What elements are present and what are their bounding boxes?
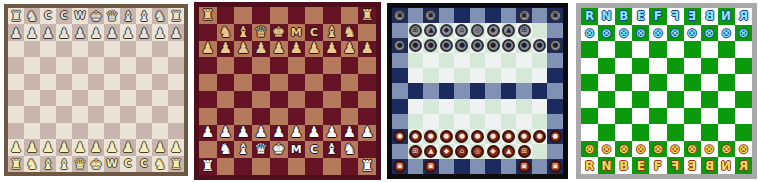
square[interactable] [649,108,666,125]
square[interactable] [684,108,701,125]
square[interactable] [454,99,470,114]
square[interactable]: ⊗ [581,25,598,42]
piece-window[interactable]: ⊞ [518,24,531,37]
piece-r[interactable]: ♜ [170,9,183,23]
square[interactable]: ♞ [341,141,359,158]
square[interactable] [152,74,168,90]
square[interactable]: R [581,8,598,25]
piece-n[interactable]: ♞ [26,157,39,171]
square[interactable]: ● [454,129,470,144]
piece-F[interactable]: F [671,160,679,172]
square[interactable]: ♚ [88,156,104,172]
square[interactable] [288,91,306,108]
piece-F[interactable]: F [654,160,662,172]
piece-q[interactable]: ♛ [74,157,87,171]
piece-P[interactable]: ⊗ [636,143,646,155]
piece-E[interactable]: E [688,160,696,172]
piece-p[interactable]: ♟ [10,140,23,154]
square[interactable] [40,123,56,139]
square[interactable]: B [701,157,718,174]
square[interactable] [56,74,72,90]
piece-p[interactable]: ♟ [219,125,232,140]
square[interactable]: ● [516,38,532,53]
piece-tower[interactable]: ▣ [393,160,406,173]
piece-p[interactable]: ♟ [138,26,151,40]
piece-p[interactable]: ♟ [154,26,167,40]
square[interactable] [392,68,408,83]
square[interactable]: ♞ [152,8,168,24]
square[interactable]: ▣ [516,8,532,23]
square[interactable] [581,124,598,141]
square[interactable]: ♟ [24,24,40,40]
square[interactable] [305,108,323,125]
square[interactable]: F [649,157,666,174]
square[interactable] [701,124,718,141]
piece-P[interactable]: ⊗ [636,27,646,39]
piece-k[interactable]: ♚ [90,157,103,171]
square[interactable] [485,83,501,98]
piece-p[interactable]: ♟ [307,41,320,56]
piece-pyramid[interactable]: ▲ [424,24,437,37]
square[interactable] [454,114,470,129]
square[interactable] [632,91,649,108]
square[interactable] [532,83,548,98]
square[interactable] [598,124,615,141]
square[interactable] [136,74,152,90]
square[interactable] [104,74,120,90]
square[interactable] [649,124,666,141]
square[interactable] [547,144,563,159]
square[interactable]: ⊗ [684,141,701,158]
square[interactable]: ● [439,129,455,144]
square[interactable] [470,53,486,68]
piece-P[interactable]: ⊗ [704,143,714,155]
piece-pawn[interactable]: ● [487,39,500,52]
square[interactable] [24,41,40,57]
square[interactable] [516,53,532,68]
square[interactable] [152,106,168,122]
square[interactable] [581,41,598,58]
square[interactable]: ♟ [120,24,136,40]
square[interactable] [8,123,24,139]
square[interactable]: ▣ [392,159,408,174]
piece-p[interactable]: ♟ [325,41,338,56]
piece-pawn[interactable]: ● [424,130,437,143]
piece-P[interactable]: ⊗ [687,143,697,155]
square[interactable] [120,41,136,57]
square[interactable]: ♜ [358,158,376,175]
square[interactable] [341,74,359,91]
square[interactable] [24,123,40,139]
square[interactable] [547,68,563,83]
square[interactable]: ♟ [136,139,152,155]
square[interactable] [718,124,735,141]
square[interactable]: C [136,156,152,172]
square[interactable]: ♟ [152,24,168,40]
piece-n[interactable]: ♞ [343,25,356,40]
square[interactable] [56,90,72,106]
square[interactable]: ⊗ [649,25,666,42]
square[interactable] [199,57,217,74]
square[interactable] [120,106,136,122]
piece-c[interactable]: C [124,159,131,169]
square[interactable] [341,158,359,175]
square[interactable] [136,41,152,57]
square[interactable] [470,114,486,129]
piece-p[interactable]: ♟ [10,26,23,40]
square[interactable] [88,106,104,122]
square[interactable] [72,41,88,57]
piece-p[interactable]: ♟ [122,26,135,40]
square[interactable]: ⊗ [667,25,684,42]
piece-P[interactable]: ⊗ [738,143,748,155]
square[interactable] [358,57,376,74]
square[interactable] [40,41,56,57]
piece-pawn[interactable]: ● [424,39,437,52]
piece-m[interactable]: M [291,27,302,38]
square[interactable] [392,114,408,129]
square[interactable] [152,123,168,139]
piece-p[interactable]: ♟ [170,26,183,40]
square[interactable] [485,114,501,129]
square[interactable]: ♟ [120,139,136,155]
square[interactable]: ♜ [199,7,217,24]
square[interactable] [454,159,470,174]
piece-pawn[interactable]: ● [502,130,515,143]
square[interactable]: ♚ [270,24,288,41]
piece-k[interactable]: ♚ [90,9,103,23]
square[interactable]: ♟ [72,24,88,40]
square[interactable] [718,91,735,108]
square[interactable]: ♟ [288,41,306,58]
piece-pawn[interactable]: ● [440,130,453,143]
square[interactable] [288,7,306,24]
piece-p[interactable]: ♟ [26,26,39,40]
square[interactable]: ♟ [40,24,56,40]
square[interactable] [120,57,136,73]
piece-B[interactable]: B [619,160,628,172]
square[interactable]: ⊗ [735,141,752,158]
square[interactable] [615,124,632,141]
square[interactable]: ♞ [341,24,359,41]
square[interactable] [581,58,598,75]
square[interactable] [40,106,56,122]
square[interactable] [199,74,217,91]
piece-b[interactable]: ♝ [325,142,338,157]
square[interactable]: ♟ [199,125,217,142]
square[interactable] [701,74,718,91]
piece-ship[interactable]: ◆ [487,145,500,158]
square[interactable]: ◆ [439,23,455,38]
square[interactable] [358,108,376,125]
square[interactable] [88,90,104,106]
square[interactable] [252,158,270,175]
square[interactable]: ♟ [234,41,252,58]
square[interactable] [341,108,359,125]
square[interactable]: ♟ [270,41,288,58]
square[interactable]: ♟ [199,41,217,58]
square[interactable] [649,74,666,91]
square[interactable] [88,74,104,90]
square[interactable] [439,159,455,174]
square[interactable]: ● [532,38,548,53]
square[interactable] [701,41,718,58]
piece-p[interactable]: ♟ [237,41,250,56]
piece-window[interactable]: ⊞ [409,24,422,37]
square[interactable]: ♟ [305,41,323,58]
square[interactable] [120,123,136,139]
square[interactable]: M [288,141,306,158]
square[interactable] [234,57,252,74]
piece-b[interactable]: ♝ [42,157,55,171]
piece-b[interactable]: ♝ [237,25,250,40]
square[interactable] [56,106,72,122]
square[interactable] [392,83,408,98]
square[interactable]: ⊞ [408,23,424,38]
square[interactable]: ▣ [547,159,563,174]
piece-c[interactable]: C [140,159,147,169]
piece-P[interactable]: ⊗ [738,27,748,39]
square[interactable] [598,74,615,91]
square[interactable]: ♟ [288,125,306,142]
piece-pawn[interactable]: ● [455,39,468,52]
square[interactable] [684,91,701,108]
square[interactable]: ● [454,38,470,53]
piece-pyramid[interactable]: ▲ [502,145,515,158]
piece-r[interactable]: ♜ [10,157,23,171]
square[interactable]: ▲ [501,23,517,38]
square[interactable] [632,108,649,125]
piece-p[interactable]: ♟ [138,140,151,154]
piece-P[interactable]: ⊗ [704,27,714,39]
square[interactable]: ◎ [470,144,486,159]
square[interactable] [24,90,40,106]
piece-P[interactable]: ⊗ [721,143,731,155]
square[interactable] [199,91,217,108]
square[interactable] [168,106,184,122]
piece-E[interactable]: E [637,10,645,22]
square[interactable] [547,53,563,68]
square[interactable]: ♟ [323,125,341,142]
square[interactable]: ♚ [88,8,104,24]
square[interactable] [120,90,136,106]
square[interactable] [667,91,684,108]
square[interactable]: B [701,8,718,25]
square[interactable]: ♟ [358,41,376,58]
piece-wheel[interactable]: ◎ [471,145,484,158]
piece-P[interactable]: ⊗ [602,27,612,39]
square[interactable] [485,8,501,23]
square[interactable]: ♟ [252,125,270,142]
piece-P[interactable]: ⊗ [670,27,680,39]
square[interactable] [470,83,486,98]
piece-p[interactable]: ♟ [237,125,250,140]
square[interactable]: ▣ [423,8,439,23]
square[interactable]: N [718,157,735,174]
piece-pawn[interactable]: ● [533,39,546,52]
square[interactable] [532,99,548,114]
square[interactable] [532,68,548,83]
piece-ark[interactable]: ⌂ [455,24,468,37]
piece-pawn[interactable]: ● [393,130,406,143]
square[interactable]: ● [470,129,486,144]
piece-b[interactable]: ♝ [58,157,71,171]
square[interactable] [485,99,501,114]
square[interactable] [72,74,88,90]
square[interactable] [270,57,288,74]
square[interactable] [217,91,235,108]
square[interactable]: ♟ [104,24,120,40]
square[interactable] [684,74,701,91]
square[interactable] [217,57,235,74]
square[interactable] [532,114,548,129]
piece-p[interactable]: ♟ [26,140,39,154]
piece-P[interactable]: ⊗ [670,143,680,155]
square[interactable]: ● [408,38,424,53]
square[interactable] [470,159,486,174]
square[interactable] [358,24,376,41]
square[interactable] [270,91,288,108]
square[interactable]: ● [408,129,424,144]
square[interactable] [358,91,376,108]
square[interactable]: ♜ [199,158,217,175]
square[interactable] [667,74,684,91]
square[interactable] [615,41,632,58]
square[interactable] [56,123,72,139]
piece-pawn[interactable]: ● [533,130,546,143]
piece-p[interactable]: ♟ [106,140,119,154]
square[interactable]: ⊗ [615,141,632,158]
square[interactable]: ⊞ [408,144,424,159]
square[interactable] [501,68,517,83]
piece-N[interactable]: N [721,160,731,172]
square[interactable]: M [288,24,306,41]
square[interactable] [234,108,252,125]
square[interactable] [270,158,288,175]
piece-ark[interactable]: ⌂ [455,145,468,158]
square[interactable]: ● [547,38,563,53]
square[interactable]: ⊗ [667,141,684,158]
square[interactable]: ♝ [323,141,341,158]
square[interactable] [667,124,684,141]
piece-p[interactable]: ♟ [360,125,373,140]
square[interactable] [485,159,501,174]
square[interactable] [684,58,701,75]
square[interactable] [615,91,632,108]
piece-pawn[interactable]: ● [409,39,422,52]
square[interactable]: ⊗ [632,25,649,42]
square[interactable] [104,57,120,73]
square[interactable] [120,74,136,90]
piece-P[interactable]: ⊗ [585,143,595,155]
square[interactable]: ♞ [24,8,40,24]
piece-b[interactable]: ♝ [325,25,338,40]
square[interactable] [8,90,24,106]
square[interactable] [735,124,752,141]
square[interactable] [632,124,649,141]
square[interactable] [72,57,88,73]
square[interactable]: ⊗ [718,141,735,158]
square[interactable] [234,74,252,91]
square[interactable]: ● [423,38,439,53]
piece-p[interactable]: ♟ [272,41,285,56]
square[interactable]: ▲ [501,144,517,159]
square[interactable] [516,99,532,114]
piece-P[interactable]: ⊗ [653,143,663,155]
square[interactable] [168,41,184,57]
square[interactable] [501,53,517,68]
piece-tower[interactable]: ▣ [549,160,562,173]
square[interactable] [439,53,455,68]
piece-R[interactable]: R [739,10,748,22]
square[interactable] [532,8,548,23]
piece-r[interactable]: ♜ [360,8,373,23]
square[interactable] [270,7,288,24]
square[interactable] [581,74,598,91]
piece-r[interactable]: ♜ [10,9,23,23]
piece-N[interactable]: N [602,10,612,22]
square[interactable] [199,141,217,158]
square[interactable]: ◎ [470,23,486,38]
piece-ship[interactable]: ◆ [487,24,500,37]
piece-N[interactable]: N [721,10,731,22]
square[interactable]: ♜ [8,156,24,172]
square[interactable] [56,57,72,73]
square[interactable]: ♞ [24,156,40,172]
square[interactable] [581,91,598,108]
square[interactable]: ♟ [40,139,56,155]
square[interactable]: ♝ [234,141,252,158]
piece-p[interactable]: ♟ [201,125,214,140]
square[interactable]: ▲ [423,23,439,38]
square[interactable] [40,57,56,73]
piece-n[interactable]: ♞ [154,9,167,23]
square[interactable]: ● [423,129,439,144]
piece-wheel[interactable]: ◎ [471,24,484,37]
square[interactable] [72,123,88,139]
square[interactable] [516,83,532,98]
square[interactable]: ⌂ [454,23,470,38]
square[interactable] [516,114,532,129]
square[interactable] [423,53,439,68]
piece-B[interactable]: B [705,10,714,22]
piece-tower[interactable]: ▣ [549,9,562,22]
square[interactable]: B [615,8,632,25]
square[interactable] [684,124,701,141]
square[interactable] [305,74,323,91]
piece-c[interactable]: C [310,27,318,38]
square[interactable]: R [735,8,752,25]
square[interactable] [439,83,455,98]
piece-tower[interactable]: ▣ [518,160,531,173]
square[interactable]: ⊞ [516,23,532,38]
square[interactable] [252,74,270,91]
piece-pawn[interactable]: ● [549,130,562,143]
square[interactable] [323,158,341,175]
piece-ship[interactable]: ◆ [440,145,453,158]
square[interactable] [735,74,752,91]
square[interactable] [104,106,120,122]
square[interactable]: ♛ [72,156,88,172]
square[interactable] [439,114,455,129]
square[interactable] [598,58,615,75]
piece-r[interactable]: ♜ [360,159,373,174]
square[interactable] [408,68,424,83]
piece-p[interactable]: ♟ [90,26,103,40]
piece-P[interactable]: ⊗ [619,27,629,39]
square[interactable] [199,24,217,41]
square[interactable]: ♟ [72,139,88,155]
